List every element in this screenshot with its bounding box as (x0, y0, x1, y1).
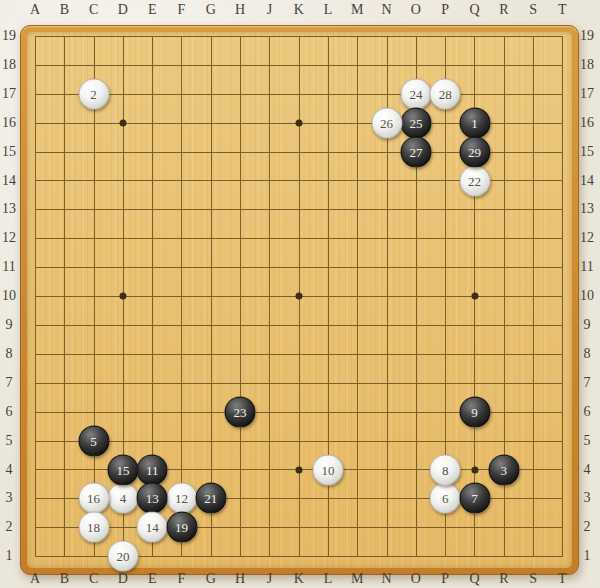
board-cell (123, 498, 152, 527)
row-label-left-10: 10 (2, 288, 16, 304)
row-label-left-13: 13 (2, 201, 16, 217)
col-label-top-D: D (118, 2, 128, 18)
row-label-left-16: 16 (2, 115, 16, 131)
board-cell (211, 296, 240, 325)
board-cell (299, 123, 328, 152)
board-cell (474, 123, 503, 152)
col-label-bottom-J: J (267, 571, 272, 587)
board-cell (35, 36, 64, 65)
board-cell (64, 209, 93, 238)
col-label-bottom-F: F (178, 571, 186, 587)
board-cell (240, 325, 269, 354)
board-cell (387, 123, 416, 152)
col-label-top-K: K (294, 2, 304, 18)
board-cell (387, 498, 416, 527)
board-cell (94, 325, 123, 354)
board-cell (387, 36, 416, 65)
board-cell (328, 412, 357, 441)
board-cell (181, 209, 210, 238)
board-cell (328, 527, 357, 556)
board-cell (123, 383, 152, 412)
board-cell (123, 123, 152, 152)
board-cell (533, 441, 562, 470)
row-label-left-12: 12 (2, 230, 16, 246)
board-cell (504, 325, 533, 354)
board-cell (416, 498, 445, 527)
board-cell (504, 354, 533, 383)
board-cell (269, 152, 298, 181)
board-cell (35, 94, 64, 123)
board-cell (387, 267, 416, 296)
board-cell (94, 527, 123, 556)
board-cell (357, 383, 386, 412)
board-cell (474, 469, 503, 498)
board-cell (387, 296, 416, 325)
col-label-top-M: M (351, 2, 363, 18)
board-cell (269, 123, 298, 152)
board-cell (181, 94, 210, 123)
board-cell (474, 498, 503, 527)
board-cell (474, 36, 503, 65)
board-cell (35, 325, 64, 354)
board-cell (269, 354, 298, 383)
row-label-right-5: 5 (584, 433, 591, 449)
board-cell (94, 36, 123, 65)
board-cell (533, 325, 562, 354)
board-cell (181, 152, 210, 181)
board-cell (445, 325, 474, 354)
col-label-bottom-R: R (499, 571, 508, 587)
board-cell (533, 152, 562, 181)
col-label-top-Q: Q (469, 2, 479, 18)
board-cell (474, 180, 503, 209)
board-cell (328, 94, 357, 123)
board-cell (64, 354, 93, 383)
board-cell (533, 498, 562, 527)
board-cell (152, 209, 181, 238)
col-label-top-E: E (148, 2, 157, 18)
board-cell (269, 209, 298, 238)
board-cell (504, 123, 533, 152)
board-cell (416, 325, 445, 354)
board-cell (416, 209, 445, 238)
board-cell (94, 354, 123, 383)
board-cell (474, 354, 503, 383)
board-cell (94, 152, 123, 181)
row-label-right-10: 10 (580, 288, 594, 304)
col-label-bottom-E: E (148, 571, 157, 587)
col-label-top-L: L (324, 2, 333, 18)
row-label-right-4: 4 (584, 462, 591, 478)
board-cell (152, 65, 181, 94)
col-label-bottom-M: M (351, 571, 363, 587)
board-cell (299, 152, 328, 181)
board-cell (94, 180, 123, 209)
board-cell (181, 238, 210, 267)
board-cell (94, 383, 123, 412)
board-cell (240, 527, 269, 556)
board-cell (240, 354, 269, 383)
board-cell (299, 238, 328, 267)
board-cell (328, 325, 357, 354)
board-cell (211, 180, 240, 209)
board-cell (94, 267, 123, 296)
row-label-right-13: 13 (580, 201, 594, 217)
board-cell (240, 441, 269, 470)
board-cell (445, 498, 474, 527)
board-cell (269, 441, 298, 470)
board-cell (211, 65, 240, 94)
board-cell (64, 65, 93, 94)
board-cell (211, 152, 240, 181)
board-cell (152, 36, 181, 65)
board-cell (387, 94, 416, 123)
board-cell (533, 469, 562, 498)
board-cell (299, 325, 328, 354)
board-cell (94, 209, 123, 238)
row-label-left-8: 8 (6, 346, 13, 362)
board-cell (35, 209, 64, 238)
board-cell (504, 238, 533, 267)
board-cell (123, 36, 152, 65)
col-label-top-B: B (60, 2, 69, 18)
board-cell (416, 123, 445, 152)
board-cell (504, 383, 533, 412)
board-cell (299, 441, 328, 470)
board-cell (269, 180, 298, 209)
board-cell (445, 238, 474, 267)
board-cell (123, 238, 152, 267)
board-cell (123, 65, 152, 94)
board-cell (211, 267, 240, 296)
board-cell (445, 65, 474, 94)
board-cell (504, 527, 533, 556)
board-cell (474, 238, 503, 267)
board-cell (416, 180, 445, 209)
board-cell (35, 267, 64, 296)
col-label-top-N: N (382, 2, 392, 18)
board-cell (387, 469, 416, 498)
board-cell (181, 296, 210, 325)
board-cell (240, 209, 269, 238)
board-cell (357, 469, 386, 498)
board-cell (474, 412, 503, 441)
board-cell (94, 498, 123, 527)
board-cell (328, 180, 357, 209)
board-cell (123, 354, 152, 383)
board-cell (94, 238, 123, 267)
board-cell (64, 267, 93, 296)
board-cell (357, 267, 386, 296)
board-cell (299, 296, 328, 325)
board-cell (181, 36, 210, 65)
board-cell (328, 354, 357, 383)
board-cell (269, 267, 298, 296)
board-cell (299, 94, 328, 123)
board-cell (387, 527, 416, 556)
board-cell (474, 383, 503, 412)
row-label-right-18: 18 (580, 57, 594, 73)
col-label-top-S: S (529, 2, 537, 18)
board-cell (123, 527, 152, 556)
board-cell (35, 152, 64, 181)
board-cell (35, 469, 64, 498)
row-label-left-18: 18 (2, 57, 16, 73)
row-label-right-14: 14 (580, 173, 594, 189)
board-cell (211, 94, 240, 123)
board-cell (504, 94, 533, 123)
board-cell (94, 441, 123, 470)
board-cell (240, 469, 269, 498)
board-cell (299, 36, 328, 65)
board-cell (299, 354, 328, 383)
row-label-right-15: 15 (580, 144, 594, 160)
board-cell (94, 296, 123, 325)
col-label-bottom-B: B (60, 571, 69, 587)
board-cell (504, 152, 533, 181)
board-cell (269, 296, 298, 325)
board-cell (211, 123, 240, 152)
board-cell (35, 354, 64, 383)
board-cell (416, 296, 445, 325)
board-cell (269, 238, 298, 267)
board-cell (269, 36, 298, 65)
board-cell (269, 498, 298, 527)
row-label-left-19: 19 (2, 28, 16, 44)
board-cell (240, 383, 269, 412)
board-cell (357, 123, 386, 152)
board-cell (416, 469, 445, 498)
board-cell (211, 498, 240, 527)
board-cell (181, 383, 210, 412)
row-label-left-17: 17 (2, 86, 16, 102)
board-cell (474, 296, 503, 325)
board-cell (269, 527, 298, 556)
board-cell (387, 238, 416, 267)
board-cell (94, 469, 123, 498)
board-cell (35, 383, 64, 412)
board-cell (240, 65, 269, 94)
board-cell (123, 209, 152, 238)
board-cell (94, 123, 123, 152)
board-cell (445, 527, 474, 556)
row-label-right-16: 16 (580, 115, 594, 131)
board-cell (504, 180, 533, 209)
board-cell (152, 152, 181, 181)
board-cell (211, 325, 240, 354)
board-cell (445, 412, 474, 441)
row-label-right-3: 3 (584, 490, 591, 506)
board-cell (240, 94, 269, 123)
board-cell (94, 94, 123, 123)
board-cell (181, 441, 210, 470)
board-cell (533, 123, 562, 152)
row-label-left-15: 15 (2, 144, 16, 160)
board-cell (445, 180, 474, 209)
col-label-top-C: C (89, 2, 98, 18)
col-label-top-H: H (235, 2, 245, 18)
board-cell (357, 209, 386, 238)
board-cell (357, 238, 386, 267)
board-cell (357, 152, 386, 181)
board-cell (181, 469, 210, 498)
board-cell (299, 209, 328, 238)
board-cell (387, 180, 416, 209)
board-cell (416, 152, 445, 181)
board-cell (240, 36, 269, 65)
board-cell (504, 65, 533, 94)
col-label-bottom-P: P (441, 571, 449, 587)
board-cell (533, 94, 562, 123)
board-cell (416, 412, 445, 441)
board-cell (152, 354, 181, 383)
board-cell (445, 441, 474, 470)
board-cell (387, 354, 416, 383)
board-cell (445, 94, 474, 123)
board-cell (328, 209, 357, 238)
board-cell (299, 180, 328, 209)
col-label-bottom-H: H (235, 571, 245, 587)
row-label-left-4: 4 (6, 462, 13, 478)
col-label-bottom-Q: Q (469, 571, 479, 587)
col-label-top-T: T (558, 2, 567, 18)
board-cell (357, 94, 386, 123)
board-cell (504, 412, 533, 441)
board-cell (152, 238, 181, 267)
board-cell (35, 498, 64, 527)
col-label-bottom-O: O (411, 571, 421, 587)
row-label-right-12: 12 (580, 230, 594, 246)
board-cell (64, 527, 93, 556)
board-cell (64, 296, 93, 325)
board-cell (387, 152, 416, 181)
board-cell (445, 383, 474, 412)
board-cell (328, 441, 357, 470)
board-cell (387, 209, 416, 238)
board-cell (328, 383, 357, 412)
board-cell (152, 441, 181, 470)
col-label-bottom-T: T (558, 571, 567, 587)
board-cell (445, 152, 474, 181)
col-label-bottom-K: K (294, 571, 304, 587)
board-cell (504, 267, 533, 296)
board-cell (416, 238, 445, 267)
board-cell (533, 296, 562, 325)
board-cell (416, 65, 445, 94)
board-cell (328, 152, 357, 181)
board-cell (64, 469, 93, 498)
board-cell (94, 65, 123, 94)
board-cell (123, 267, 152, 296)
board-cell (357, 325, 386, 354)
board-cell (152, 325, 181, 354)
col-label-bottom-C: C (89, 571, 98, 587)
board-cell (474, 94, 503, 123)
board-cell (240, 498, 269, 527)
board-cell (504, 209, 533, 238)
board-cell (357, 354, 386, 383)
board-cell (152, 123, 181, 152)
board-cell (152, 180, 181, 209)
board-cell (474, 209, 503, 238)
board-cell (445, 354, 474, 383)
board-cell (269, 383, 298, 412)
row-label-left-11: 11 (2, 259, 15, 275)
row-label-left-9: 9 (6, 317, 13, 333)
board-cell (35, 412, 64, 441)
col-label-bottom-L: L (324, 571, 333, 587)
board-cell (357, 441, 386, 470)
board-cell (123, 325, 152, 354)
row-label-right-7: 7 (584, 375, 591, 391)
board-cell (328, 65, 357, 94)
board-cell (533, 180, 562, 209)
board-cell (416, 36, 445, 65)
col-label-top-A: A (30, 2, 40, 18)
board-cell (64, 412, 93, 441)
board-cell (504, 498, 533, 527)
board-cell (211, 238, 240, 267)
board-cell (357, 36, 386, 65)
row-label-right-11: 11 (580, 259, 593, 275)
board-cell (504, 296, 533, 325)
board-cell (240, 123, 269, 152)
board-cell (299, 527, 328, 556)
row-label-right-1: 1 (584, 548, 591, 564)
board-cell (211, 441, 240, 470)
board-cell (533, 354, 562, 383)
board-cell (123, 412, 152, 441)
board-cell (181, 65, 210, 94)
col-label-top-P: P (441, 2, 449, 18)
board-cell (240, 152, 269, 181)
row-label-right-8: 8 (584, 346, 591, 362)
col-label-top-J: J (267, 2, 272, 18)
board-cell (416, 354, 445, 383)
board-cell (504, 469, 533, 498)
board-cell (445, 296, 474, 325)
board-cell (152, 412, 181, 441)
row-label-left-3: 3 (6, 490, 13, 506)
board-cell (474, 527, 503, 556)
board-cell (533, 383, 562, 412)
board-cell (299, 65, 328, 94)
col-label-top-O: O (411, 2, 421, 18)
board-cell (35, 123, 64, 152)
board-cell (64, 36, 93, 65)
board-cell (357, 296, 386, 325)
board-cell (35, 238, 64, 267)
board-cell (328, 36, 357, 65)
board-cell (504, 36, 533, 65)
board-cell (328, 296, 357, 325)
board-cell (387, 412, 416, 441)
board-cell (181, 527, 210, 556)
board-cell (533, 65, 562, 94)
board-cell (211, 412, 240, 441)
board-cell (240, 267, 269, 296)
board-cell (387, 325, 416, 354)
board-cell (123, 180, 152, 209)
board-cell (181, 412, 210, 441)
board-cell (123, 469, 152, 498)
board-cell (152, 267, 181, 296)
board-cell (328, 267, 357, 296)
board-cell (416, 267, 445, 296)
board-cell (64, 383, 93, 412)
board-cell (299, 469, 328, 498)
board-cell (181, 123, 210, 152)
